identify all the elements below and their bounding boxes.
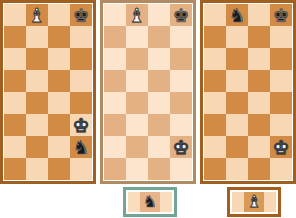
option-piece-square: ♞: [140, 192, 160, 212]
board-2-square-r1c1: [104, 4, 126, 26]
board-1-square-r3c2: [26, 48, 48, 70]
white-bishop: ♝: [126, 4, 148, 26]
board-3-square-r8c4: [270, 158, 292, 180]
board-1-square-r3c1: [4, 48, 26, 70]
black-knight: ♞: [226, 4, 248, 26]
board-3-square-r6c4: [270, 114, 292, 136]
option-piece-square: ♝: [244, 192, 264, 212]
board-3-square-r7c3: [248, 136, 270, 158]
board-3-square-r7c1: [204, 136, 226, 158]
option-flank: [232, 192, 244, 212]
board-2-square-r3c1: [104, 48, 126, 70]
board-3-square-r5c3: [248, 92, 270, 114]
board-2-square-r6c4: [170, 114, 192, 136]
board-2-square-r5c2: [126, 92, 148, 114]
option-flank: [160, 192, 172, 212]
board-3-square-r1c1: [204, 4, 226, 26]
option-strip: ♝: [232, 192, 276, 212]
board-2-square-r4c1: [104, 70, 126, 92]
board-2-square-r6c3: [148, 114, 170, 136]
board-3-square-r4c4: [270, 70, 292, 92]
board-1-square-r4c3: [48, 70, 70, 92]
board-1-square-r4c1: [4, 70, 26, 92]
board-3-square-r3c4: [270, 48, 292, 70]
board-1-square-r4c4: [70, 70, 92, 92]
board-2-square-r8c4: [170, 158, 192, 180]
board-1-square-r5c3: [48, 92, 70, 114]
puzzle-stage: ♝♚♚♞ ♝♚♚ ♞♚♚ ♞ ♝: [0, 0, 296, 218]
board-1-square-r7c1: [4, 136, 26, 158]
board-3-square-r5c2: [226, 92, 248, 114]
board-2-square-r6c1: [104, 114, 126, 136]
board-3-square-r2c3: [248, 26, 270, 48]
board-2-square-r2c3: [148, 26, 170, 48]
board-2-square-r3c2: [126, 48, 148, 70]
board-2-square-r4c4: [170, 70, 192, 92]
black-knight: ♞: [140, 192, 160, 212]
black-king: ♚: [270, 4, 292, 26]
board-3-square-r8c3: [248, 158, 270, 180]
boards-row: ♝♚♚♞ ♝♚♚ ♞♚♚: [0, 0, 296, 184]
board-1-square-r1c1: [4, 4, 26, 26]
board-3-square-r3c3: [248, 48, 270, 70]
board-1-square-r5c2: [26, 92, 48, 114]
board-3-square-r5c4: [270, 92, 292, 114]
board-3-square-r2c1: [204, 26, 226, 48]
board-1-square-r8c4: [70, 158, 92, 180]
board-1-square-r1c2: ♝: [26, 4, 48, 26]
board-1-square-r8c2: [26, 158, 48, 180]
board-3-square-r4c2: [226, 70, 248, 92]
board-2-square-r2c4: [170, 26, 192, 48]
black-knight: ♞: [70, 136, 92, 158]
board-3-square-r8c2: [226, 158, 248, 180]
board-1-square-r1c4: ♚: [70, 4, 92, 26]
board-2-square-r7c1: [104, 136, 126, 158]
board-3-square-r2c2: [226, 26, 248, 48]
board-2-square-r1c3: [148, 4, 170, 26]
board-1-square-r7c3: [48, 136, 70, 158]
board-2-square-r2c1: [104, 26, 126, 48]
board-3-square-r4c3: [248, 70, 270, 92]
board-2-grid: ♝♚♚: [104, 4, 192, 180]
board-2-square-r5c3: [148, 92, 170, 114]
option-white-bishop[interactable]: ♝: [227, 187, 281, 217]
board-3-square-r1c3: [248, 4, 270, 26]
board-1-square-r7c4: ♞: [70, 136, 92, 158]
board-1-square-r2c3: [48, 26, 70, 48]
board-2-square-r8c1: [104, 158, 126, 180]
board-2[interactable]: ♝♚♚: [100, 0, 196, 184]
board-2-square-r3c3: [148, 48, 170, 70]
board-1-square-r6c2: [26, 114, 48, 136]
board-1-square-r4c2: [26, 70, 48, 92]
board-1-square-r2c4: [70, 26, 92, 48]
board-3[interactable]: ♞♚♚: [200, 0, 296, 184]
board-1-square-r6c3: [48, 114, 70, 136]
board-1-square-r2c2: [26, 26, 48, 48]
board-3-square-r4c1: [204, 70, 226, 92]
board-2-square-r8c3: [148, 158, 170, 180]
black-king: ♚: [70, 4, 92, 26]
board-2-square-r6c2: [126, 114, 148, 136]
board-2-square-r3c4: [170, 48, 192, 70]
board-1-square-r5c1: [4, 92, 26, 114]
white-king: ♚: [70, 114, 92, 136]
board-3-grid: ♞♚♚: [204, 4, 292, 180]
board-1-square-r6c1: [4, 114, 26, 136]
board-2-square-r5c1: [104, 92, 126, 114]
option-black-knight[interactable]: ♞: [123, 187, 177, 217]
board-3-square-r6c1: [204, 114, 226, 136]
board-2-square-r5c4: [170, 92, 192, 114]
board-3-square-r2c4: [270, 26, 292, 48]
board-1: ♝♚♚♞: [0, 0, 96, 184]
board-1-square-r2c1: [4, 26, 26, 48]
black-king: ♚: [170, 4, 192, 26]
white-king: ♚: [270, 136, 292, 158]
board-2-square-r1c4: ♚: [170, 4, 192, 26]
board-2-square-r1c2: ♝: [126, 4, 148, 26]
board-3-square-r1c2: ♞: [226, 4, 248, 26]
board-1-square-r3c3: [48, 48, 70, 70]
board-1-square-r3c4: [70, 48, 92, 70]
board-1-square-r8c1: [4, 158, 26, 180]
board-1-square-r1c3: [48, 4, 70, 26]
board-2-square-r7c4: ♚: [170, 136, 192, 158]
board-3-square-r1c4: ♚: [270, 4, 292, 26]
board-1-grid: ♝♚♚♞: [4, 4, 92, 180]
board-1-square-r7c2: [26, 136, 48, 158]
board-2-square-r7c2: [126, 136, 148, 158]
board-2-square-r7c3: [148, 136, 170, 158]
option-strip: ♞: [128, 192, 172, 212]
option-flank: [128, 192, 140, 212]
board-3-square-r7c4: ♚: [270, 136, 292, 158]
board-3-square-r5c1: [204, 92, 226, 114]
board-3-square-r7c2: [226, 136, 248, 158]
board-2-square-r4c2: [126, 70, 148, 92]
board-3-square-r8c1: [204, 158, 226, 180]
board-1-square-r8c3: [48, 158, 70, 180]
board-1-square-r5c4: [70, 92, 92, 114]
board-2-square-r2c2: [126, 26, 148, 48]
white-bishop: ♝: [244, 192, 264, 212]
board-3-square-r3c1: [204, 48, 226, 70]
white-king: ♚: [170, 136, 192, 158]
board-3-square-r6c3: [248, 114, 270, 136]
white-bishop: ♝: [26, 4, 48, 26]
board-1-square-r6c4: ♚: [70, 114, 92, 136]
board-3-square-r3c2: [226, 48, 248, 70]
board-2-square-r8c2: [126, 158, 148, 180]
board-2-square-r4c3: [148, 70, 170, 92]
board-3-square-r6c2: [226, 114, 248, 136]
option-flank: [264, 192, 276, 212]
